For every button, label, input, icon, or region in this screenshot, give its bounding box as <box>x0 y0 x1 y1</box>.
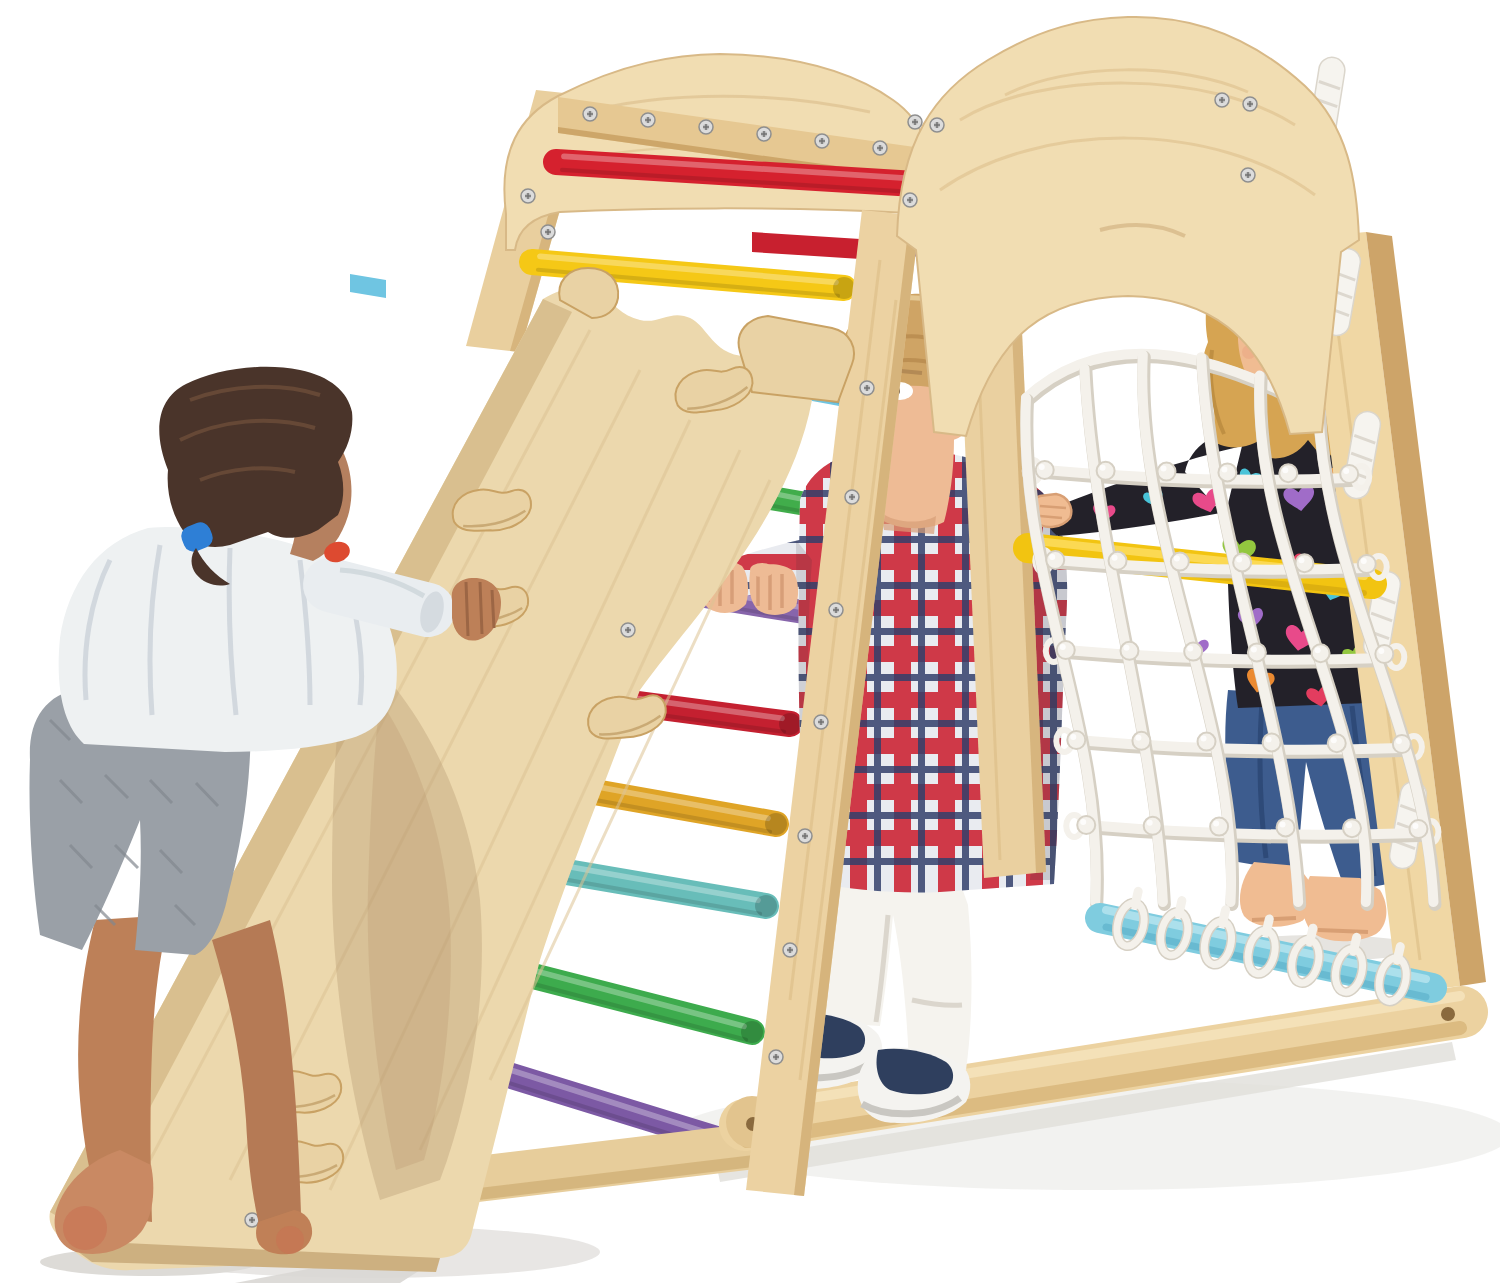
net-knot <box>1046 551 1064 569</box>
bolt-hole <box>1441 1007 1455 1021</box>
screw <box>845 490 859 504</box>
screw <box>783 943 797 957</box>
screw <box>621 623 635 637</box>
net-knot <box>1358 555 1376 573</box>
rear-rung-glimpse <box>350 274 386 298</box>
net-knot <box>1233 553 1251 571</box>
net-knot <box>1198 733 1216 751</box>
screw <box>245 1213 259 1227</box>
screw <box>699 120 713 134</box>
net-knot <box>1184 643 1202 661</box>
screw <box>903 193 917 207</box>
screw <box>908 115 922 129</box>
net-knot <box>1120 642 1138 660</box>
net-knot <box>1144 817 1162 835</box>
screw <box>583 107 597 121</box>
screw <box>829 603 843 617</box>
right-arch-panel <box>897 17 1359 436</box>
net-knot <box>1375 645 1393 663</box>
screw <box>1241 168 1255 182</box>
screw <box>757 127 771 141</box>
net-knot <box>1393 735 1411 753</box>
net-knot <box>1263 733 1281 751</box>
net-knot <box>1210 818 1228 836</box>
product-photo-kids-climbing-gym <box>0 0 1500 1283</box>
net-knot <box>1218 463 1236 481</box>
net-knot <box>1295 554 1313 572</box>
net-knot <box>1312 644 1330 662</box>
net-knot <box>1343 819 1361 837</box>
screw <box>798 829 812 843</box>
net-knot <box>1409 820 1427 838</box>
net-knot <box>1057 641 1075 659</box>
scene-canvas <box>0 0 1500 1283</box>
screw <box>541 225 555 239</box>
net-knot <box>1109 552 1127 570</box>
climber-hair <box>159 367 352 547</box>
net-knot <box>1340 465 1358 483</box>
screw <box>1243 97 1257 111</box>
screw <box>815 134 829 148</box>
net-knot <box>1158 463 1176 481</box>
screw <box>769 1050 783 1064</box>
net-knot <box>1067 731 1085 749</box>
slide-hook-right <box>739 316 854 402</box>
screw <box>814 715 828 729</box>
net-knot <box>1279 464 1297 482</box>
net-knot <box>1248 643 1266 661</box>
screw <box>1215 93 1229 107</box>
screw <box>873 141 887 155</box>
screw <box>930 118 944 132</box>
net-knot <box>1328 734 1346 752</box>
net-knot <box>1277 818 1295 836</box>
screw <box>521 189 535 203</box>
net-knot <box>1171 553 1189 571</box>
net-knot <box>1077 816 1095 834</box>
screw <box>641 113 655 127</box>
net-knot <box>1132 732 1150 750</box>
net-knot <box>1097 462 1115 480</box>
net-knot <box>1036 461 1054 479</box>
screw <box>860 381 874 395</box>
